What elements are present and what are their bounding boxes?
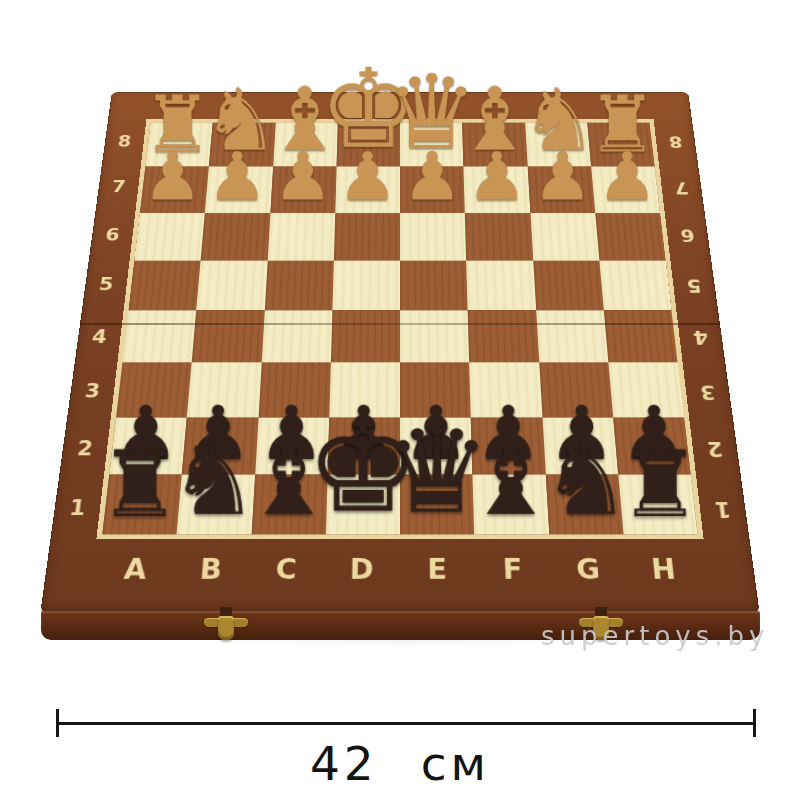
square-f5	[466, 260, 535, 310]
white-knight-b8: ♞	[203, 78, 280, 164]
black-pawn-e2: ♟	[403, 396, 470, 470]
latch-clasp-icon	[218, 616, 234, 640]
square-c5	[264, 260, 333, 310]
square-c1: ♝	[251, 474, 327, 534]
square-e7: ♟	[400, 167, 465, 213]
square-e4	[400, 310, 469, 362]
dimension-label: 42 см	[0, 736, 800, 791]
file-label-a: A	[95, 546, 175, 594]
square-h5	[599, 260, 671, 310]
rank-label-1-left: 1	[50, 478, 103, 539]
file-label-e: E	[400, 546, 476, 594]
file-label-d: D	[324, 546, 400, 594]
board-field: ♜♞♝♚♛♝♞♜♟♟♟♟♟♟♟♟♟♟♟♟♟♟♟♟♜♞♝♚♛♝♞♜	[96, 119, 703, 539]
file-label-f: F	[475, 546, 553, 594]
rank-label-8-right: 8	[654, 119, 698, 164]
square-d1: ♚	[326, 474, 400, 534]
black-pawn-c2: ♟	[258, 396, 325, 470]
rank-label-6-left: 6	[89, 211, 136, 260]
square-h2: ♟	[613, 417, 691, 474]
black-pawn-f2: ♟	[475, 396, 542, 470]
rank-label-6-right: 6	[664, 211, 711, 260]
file-label-b: B	[172, 546, 251, 594]
square-e8: ♛	[400, 123, 464, 167]
square-g2: ♟	[542, 417, 618, 474]
square-h8: ♜	[587, 123, 655, 167]
square-f1: ♝	[473, 474, 549, 534]
square-a3	[116, 363, 192, 418]
rank-label-4-right: 4	[676, 310, 725, 363]
square-d3	[329, 363, 400, 418]
rank-label-5-left: 5	[82, 259, 130, 310]
rank-label-3-left: 3	[67, 364, 117, 420]
square-h3	[608, 363, 684, 418]
square-g6	[530, 213, 599, 261]
square-c8: ♝	[273, 123, 338, 167]
white-bishop-c8: ♝	[265, 76, 343, 164]
square-d2: ♟	[327, 417, 400, 474]
square-b7: ♟	[205, 167, 273, 213]
black-pawn-h2: ♟	[621, 396, 688, 470]
square-g5	[533, 260, 604, 310]
square-c6	[267, 213, 335, 261]
square-d8: ♚	[336, 123, 400, 167]
square-g7: ♟	[527, 167, 595, 213]
rank-label-7-left: 7	[96, 164, 142, 211]
square-f6	[465, 213, 533, 261]
square-g4	[536, 310, 608, 362]
square-b4	[192, 310, 264, 362]
square-f2: ♟	[471, 417, 545, 474]
square-e1: ♛	[400, 474, 474, 534]
square-b6	[201, 213, 270, 261]
white-rook-h8: ♜	[587, 86, 657, 164]
latch-strap-icon	[220, 607, 232, 616]
black-pawn-a2: ♟	[113, 396, 180, 470]
square-f3	[469, 363, 542, 418]
black-rook-a1: ♜	[99, 439, 181, 530]
white-knight-g8: ♞	[520, 78, 597, 164]
file-label-h: H	[624, 546, 704, 594]
square-c4	[261, 310, 332, 362]
latch-left-icon	[204, 612, 248, 646]
square-a8: ♜	[145, 123, 213, 167]
chess-board: 87654321 87654321 ♜♞♝♚♛♝♞♜♟♟♟♟♟♟♟♟♟♟♟♟♟♟…	[40, 92, 759, 613]
white-rook-a8: ♜	[142, 86, 212, 164]
square-g3	[539, 363, 613, 418]
square-a7: ♟	[140, 167, 209, 213]
square-h7: ♟	[591, 167, 660, 213]
black-pawn-d2: ♟	[330, 396, 397, 470]
square-b8: ♞	[209, 123, 275, 167]
watermark: supertoys.by	[541, 621, 769, 651]
rank-label-5-right: 5	[670, 259, 718, 310]
rank-label-3-right: 3	[683, 364, 733, 420]
dimension-line	[57, 722, 755, 725]
black-pawn-g2: ♟	[548, 396, 615, 470]
file-label-g: G	[549, 546, 628, 594]
rank-label-2-left: 2	[59, 419, 111, 478]
square-a1: ♜	[102, 474, 182, 534]
square-c2: ♟	[255, 417, 329, 474]
square-d7: ♟	[335, 167, 400, 213]
dimension-tick-right	[753, 709, 756, 737]
product-photo: 87654321 87654321 ♜♞♝♚♛♝♞♜♟♟♟♟♟♟♟♟♟♟♟♟♟♟…	[0, 0, 800, 800]
square-a6	[134, 213, 205, 261]
square-f7: ♟	[464, 167, 530, 213]
latch-strap-icon	[595, 607, 607, 616]
square-h1: ♜	[618, 474, 698, 534]
square-b1: ♞	[177, 474, 255, 534]
square-g8: ♞	[525, 123, 591, 167]
black-rook-h1: ♜	[619, 439, 701, 530]
square-b5	[196, 260, 267, 310]
file-label-c: C	[248, 546, 326, 594]
square-h4	[604, 310, 678, 362]
square-a2: ♟	[109, 417, 187, 474]
square-d6	[334, 213, 400, 261]
square-b3	[187, 363, 261, 418]
rank-label-4-left: 4	[75, 310, 124, 363]
square-b2: ♟	[182, 417, 258, 474]
square-e6	[400, 213, 466, 261]
square-d5	[332, 260, 400, 310]
dimension-tick-left	[56, 709, 59, 737]
square-h6	[595, 213, 666, 261]
square-g1: ♞	[545, 474, 623, 534]
rank-label-1-right: 1	[696, 478, 749, 539]
square-d4	[331, 310, 400, 362]
square-e3	[400, 363, 471, 418]
rank-label-2-right: 2	[689, 419, 741, 478]
square-f4	[468, 310, 539, 362]
square-c3	[258, 363, 331, 418]
square-f8: ♝	[462, 123, 527, 167]
white-bishop-f8: ♝	[456, 76, 534, 164]
square-e5	[400, 260, 468, 310]
square-a5	[129, 260, 201, 310]
file-labels-bottom: ABCDEFGH	[95, 546, 704, 594]
square-c7: ♟	[270, 167, 336, 213]
rank-label-7-right: 7	[659, 164, 705, 211]
rank-label-8-left: 8	[102, 119, 146, 164]
square-e2: ♟	[400, 417, 473, 474]
black-pawn-b2: ♟	[185, 396, 252, 470]
square-a4	[122, 310, 196, 362]
